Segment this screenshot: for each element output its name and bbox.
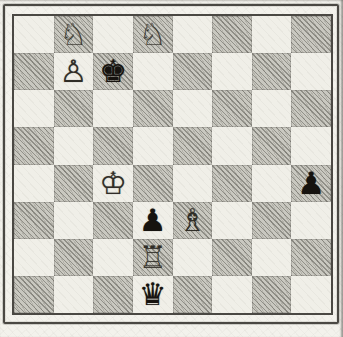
scanned-diagram-page: ♘♘♙♚♔♟♟♗♖♛ (0, 0, 343, 337)
square-f2[interactable] (212, 239, 252, 276)
square-e1[interactable] (173, 276, 213, 313)
square-e8[interactable] (173, 16, 213, 53)
piece-white-knight[interactable]: ♘ (54, 16, 94, 53)
square-h7[interactable] (291, 53, 331, 90)
chess-board: ♘♘♙♚♔♟♟♗♖♛ (14, 16, 331, 313)
square-a8[interactable] (14, 16, 54, 53)
square-f8[interactable] (212, 16, 252, 53)
square-h5[interactable] (291, 127, 331, 164)
square-f6[interactable] (212, 90, 252, 127)
square-g2[interactable] (252, 239, 292, 276)
square-g1[interactable] (252, 276, 292, 313)
square-f3[interactable] (212, 202, 252, 239)
square-a3[interactable] (14, 202, 54, 239)
piece-white-pawn[interactable]: ♙ (54, 53, 94, 90)
square-c8[interactable] (93, 16, 133, 53)
square-h1[interactable] (291, 276, 331, 313)
square-b4[interactable] (54, 165, 94, 202)
square-d6[interactable] (133, 90, 173, 127)
square-g7[interactable] (252, 53, 292, 90)
piece-white-bishop[interactable]: ♗ (173, 202, 213, 239)
square-e6[interactable] (173, 90, 213, 127)
square-a2[interactable] (14, 239, 54, 276)
square-b8[interactable]: ♘ (54, 16, 94, 53)
square-d1[interactable]: ♛ (133, 276, 173, 313)
square-c3[interactable] (93, 202, 133, 239)
square-a1[interactable] (14, 276, 54, 313)
square-e4[interactable] (173, 165, 213, 202)
square-b6[interactable] (54, 90, 94, 127)
piece-white-knight[interactable]: ♘ (133, 16, 173, 53)
square-a6[interactable] (14, 90, 54, 127)
square-f5[interactable] (212, 127, 252, 164)
square-b3[interactable] (54, 202, 94, 239)
square-h2[interactable] (291, 239, 331, 276)
square-h8[interactable] (291, 16, 331, 53)
square-c2[interactable] (93, 239, 133, 276)
square-f7[interactable] (212, 53, 252, 90)
square-f4[interactable] (212, 165, 252, 202)
square-d2[interactable]: ♖ (133, 239, 173, 276)
square-g5[interactable] (252, 127, 292, 164)
square-a7[interactable] (14, 53, 54, 90)
square-c1[interactable] (93, 276, 133, 313)
square-c4[interactable]: ♔ (93, 165, 133, 202)
piece-black-king[interactable]: ♚ (93, 53, 133, 90)
square-g6[interactable] (252, 90, 292, 127)
square-h3[interactable] (291, 202, 331, 239)
square-h4[interactable]: ♟ (291, 165, 331, 202)
square-b5[interactable] (54, 127, 94, 164)
square-e3[interactable]: ♗ (173, 202, 213, 239)
square-g8[interactable] (252, 16, 292, 53)
square-c7[interactable]: ♚ (93, 53, 133, 90)
piece-white-rook[interactable]: ♖ (133, 239, 173, 276)
square-d3[interactable]: ♟ (133, 202, 173, 239)
square-d7[interactable] (133, 53, 173, 90)
square-h6[interactable] (291, 90, 331, 127)
square-g3[interactable] (252, 202, 292, 239)
piece-black-pawn[interactable]: ♟ (291, 165, 331, 202)
piece-black-queen[interactable]: ♛ (133, 276, 173, 313)
square-d4[interactable] (133, 165, 173, 202)
piece-white-king[interactable]: ♔ (93, 165, 133, 202)
square-f1[interactable] (212, 276, 252, 313)
square-c5[interactable] (93, 127, 133, 164)
square-b2[interactable] (54, 239, 94, 276)
square-d8[interactable]: ♘ (133, 16, 173, 53)
square-d5[interactable] (133, 127, 173, 164)
square-c6[interactable] (93, 90, 133, 127)
chess-board-frame: ♘♘♙♚♔♟♟♗♖♛ (12, 14, 333, 315)
square-e5[interactable] (173, 127, 213, 164)
piece-black-pawn[interactable]: ♟ (133, 202, 173, 239)
square-a4[interactable] (14, 165, 54, 202)
square-a5[interactable] (14, 127, 54, 164)
square-e2[interactable] (173, 239, 213, 276)
square-b7[interactable]: ♙ (54, 53, 94, 90)
square-b1[interactable] (54, 276, 94, 313)
square-g4[interactable] (252, 165, 292, 202)
square-e7[interactable] (173, 53, 213, 90)
